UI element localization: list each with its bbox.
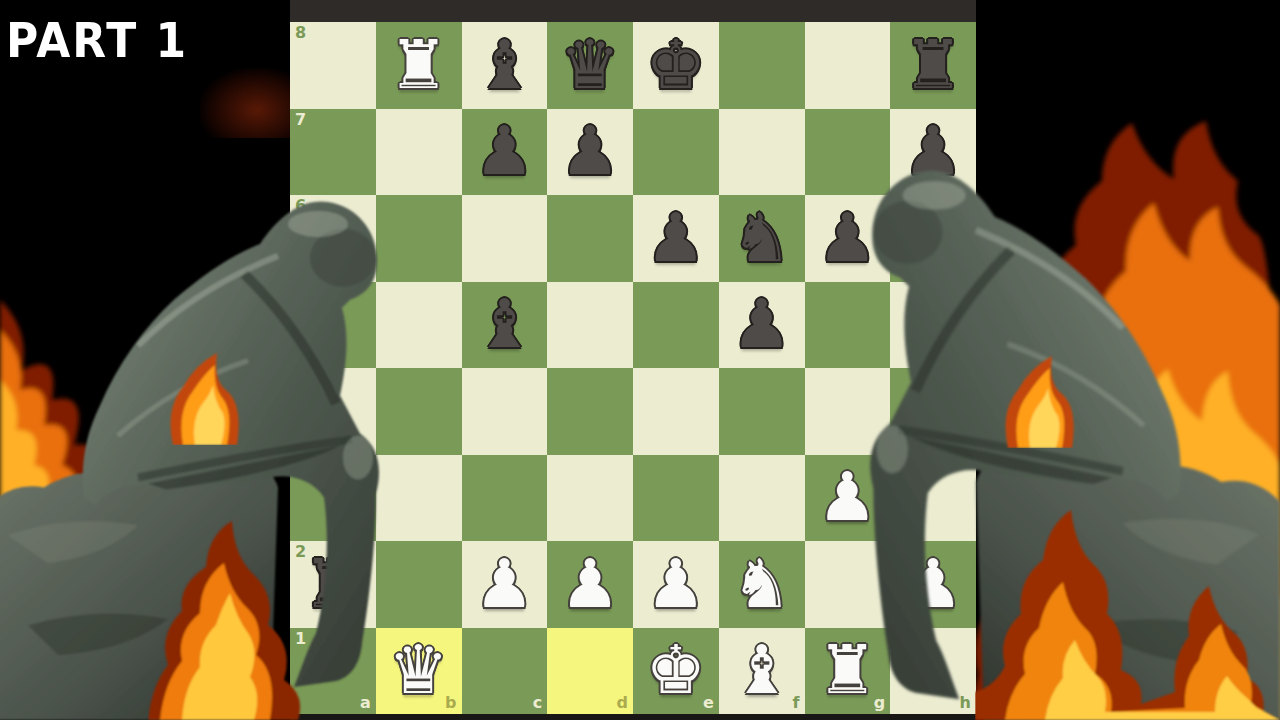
square-c7[interactable]: ♟ — [462, 109, 548, 196]
white-pawn-e2[interactable]: ♟ — [633, 541, 719, 628]
square-d7[interactable]: ♟ — [547, 109, 633, 196]
white-bishop-f1[interactable]: ♝ — [719, 628, 805, 715]
square-a4[interactable]: 4 — [290, 368, 376, 455]
black-king-e8[interactable]: ♚ — [633, 22, 719, 109]
square-b5[interactable] — [376, 282, 462, 369]
square-f1[interactable]: f♝ — [719, 628, 805, 715]
black-pawn-c7[interactable]: ♟ — [462, 109, 548, 196]
square-h7[interactable]: ♟ — [890, 109, 976, 196]
square-e7[interactable] — [633, 109, 719, 196]
square-b7[interactable] — [376, 109, 462, 196]
square-d1[interactable]: d — [547, 628, 633, 715]
white-pawn-c2[interactable]: ♟ — [462, 541, 548, 628]
square-b6[interactable] — [376, 195, 462, 282]
square-c3[interactable] — [462, 455, 548, 542]
file-label-c: c — [533, 695, 542, 711]
fire-gap-left — [165, 345, 250, 445]
black-bishop-c8[interactable]: ♝ — [462, 22, 548, 109]
black-rook-a2[interactable]: ♜ — [290, 541, 376, 628]
square-h1[interactable]: h — [890, 628, 976, 715]
square-f4[interactable] — [719, 368, 805, 455]
square-f2[interactable]: ♞ — [719, 541, 805, 628]
square-g8[interactable] — [805, 22, 891, 109]
square-a6[interactable]: 6 — [290, 195, 376, 282]
black-rook-h8[interactable]: ♜ — [890, 22, 976, 109]
square-h2[interactable]: ♟ — [890, 541, 976, 628]
white-knight-f2[interactable]: ♞ — [719, 541, 805, 628]
fire-bottom-left — [148, 515, 313, 720]
square-e2[interactable]: ♟ — [633, 541, 719, 628]
square-f8[interactable] — [719, 22, 805, 109]
square-a8[interactable]: 8 — [290, 22, 376, 109]
chess-board: 8♜♝♛♚♜7♟♟♟6♟♞♟5♝♟43♟2♜♟♟♟♞♟1ab♛cde♚f♝g♜h — [290, 22, 976, 714]
square-e3[interactable] — [633, 455, 719, 542]
board-frame-bottom — [290, 714, 976, 720]
square-d3[interactable] — [547, 455, 633, 542]
black-queen-d8[interactable]: ♛ — [547, 22, 633, 109]
thumbnail-stage: 8♜♝♛♚♜7♟♟♟6♟♞♟5♝♟43♟2♜♟♟♟♞♟1ab♛cde♚f♝g♜h… — [0, 0, 1280, 720]
file-label-h: h — [960, 695, 971, 711]
square-e1[interactable]: e♚ — [633, 628, 719, 715]
square-e8[interactable]: ♚ — [633, 22, 719, 109]
part-title: PART 1 — [6, 12, 188, 68]
square-g6[interactable]: ♟ — [805, 195, 891, 282]
square-e5[interactable] — [633, 282, 719, 369]
square-a1[interactable]: 1a — [290, 628, 376, 715]
square-h3[interactable] — [890, 455, 976, 542]
square-a3[interactable]: 3 — [290, 455, 376, 542]
square-b2[interactable] — [376, 541, 462, 628]
square-h5[interactable] — [890, 282, 976, 369]
square-f7[interactable] — [719, 109, 805, 196]
square-f3[interactable] — [719, 455, 805, 542]
square-a2[interactable]: 2♜ — [290, 541, 376, 628]
square-c5[interactable]: ♝ — [462, 282, 548, 369]
rank-label-5: 5 — [295, 285, 306, 301]
square-g2[interactable] — [805, 541, 891, 628]
square-a5[interactable]: 5 — [290, 282, 376, 369]
rank-label-7: 7 — [295, 112, 306, 128]
square-d4[interactable] — [547, 368, 633, 455]
white-pawn-d2[interactable]: ♟ — [547, 541, 633, 628]
square-c4[interactable] — [462, 368, 548, 455]
white-pawn-g3[interactable]: ♟ — [805, 455, 891, 542]
black-pawn-g6[interactable]: ♟ — [805, 195, 891, 282]
fire-gap-right — [1000, 348, 1085, 448]
square-a7[interactable]: 7 — [290, 109, 376, 196]
square-h4[interactable] — [890, 368, 976, 455]
square-b3[interactable] — [376, 455, 462, 542]
square-f5[interactable]: ♟ — [719, 282, 805, 369]
square-c6[interactable] — [462, 195, 548, 282]
fire-flames-left — [0, 260, 260, 590]
white-rook-g1[interactable]: ♜ — [805, 628, 891, 715]
black-pawn-f5[interactable]: ♟ — [719, 282, 805, 369]
square-g7[interactable] — [805, 109, 891, 196]
white-queen-b1[interactable]: ♛ — [376, 628, 462, 715]
white-rook-b8[interactable]: ♜ — [376, 22, 462, 109]
black-pawn-e6[interactable]: ♟ — [633, 195, 719, 282]
rank-label-1: 1 — [295, 631, 306, 647]
ember-glow — [200, 68, 295, 138]
square-c8[interactable]: ♝ — [462, 22, 548, 109]
file-label-d: d — [617, 695, 628, 711]
square-e4[interactable] — [633, 368, 719, 455]
fire-bottom-right — [975, 430, 1280, 720]
square-g1[interactable]: g♜ — [805, 628, 891, 715]
black-knight-f6[interactable]: ♞ — [719, 195, 805, 282]
square-d6[interactable] — [547, 195, 633, 282]
file-label-a: a — [360, 695, 371, 711]
rank-label-4: 4 — [295, 371, 306, 387]
square-c2[interactable]: ♟ — [462, 541, 548, 628]
square-f6[interactable]: ♞ — [719, 195, 805, 282]
rank-label-6: 6 — [295, 198, 306, 214]
square-h6[interactable] — [890, 195, 976, 282]
square-g3[interactable]: ♟ — [805, 455, 891, 542]
rank-label-3: 3 — [295, 458, 306, 474]
square-d2[interactable]: ♟ — [547, 541, 633, 628]
white-pawn-h2[interactable]: ♟ — [890, 541, 976, 628]
square-d8[interactable]: ♛ — [547, 22, 633, 109]
fire-flames-right — [968, 115, 1280, 720]
square-b4[interactable] — [376, 368, 462, 455]
square-h8[interactable]: ♜ — [890, 22, 976, 109]
white-king-e1[interactable]: ♚ — [633, 628, 719, 715]
black-bishop-c5[interactable]: ♝ — [462, 282, 548, 369]
square-c1[interactable]: c — [462, 628, 548, 715]
board-frame-top — [290, 0, 976, 22]
square-g5[interactable] — [805, 282, 891, 369]
square-b8[interactable]: ♜ — [376, 22, 462, 109]
square-b1[interactable]: b♛ — [376, 628, 462, 715]
black-pawn-d7[interactable]: ♟ — [547, 109, 633, 196]
square-g4[interactable] — [805, 368, 891, 455]
black-pawn-h7[interactable]: ♟ — [890, 109, 976, 196]
square-d5[interactable] — [547, 282, 633, 369]
rank-label-8: 8 — [295, 25, 306, 41]
square-e6[interactable]: ♟ — [633, 195, 719, 282]
